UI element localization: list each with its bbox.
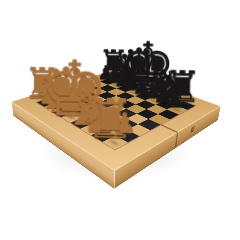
latch-knob — [190, 125, 195, 133]
white-rook: ♜ — [65, 93, 156, 146]
square-h1: ♜ — [103, 136, 128, 150]
photo-stage: ♜♞♝♛♚♝♞♜♟♟♟♟♟♟♟♟♟♟♟♟♟♟♟♟♜♞♝♛♚♝♞♜ — [0, 0, 240, 240]
